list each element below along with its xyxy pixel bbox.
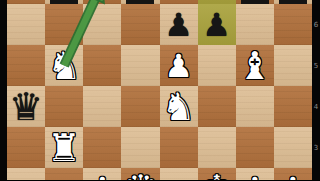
black-pawn-f6[interactable]: ♟ bbox=[198, 4, 236, 45]
square-h6[interactable] bbox=[274, 4, 312, 45]
rank-label-6: 6 bbox=[312, 21, 320, 29]
square-c3[interactable] bbox=[83, 127, 121, 168]
square-h3[interactable] bbox=[274, 127, 312, 168]
square-a6[interactable] bbox=[7, 4, 45, 45]
square-d4[interactable] bbox=[121, 86, 159, 127]
white-pawn-glyph: ♟ bbox=[240, 173, 269, 181]
square-e2[interactable] bbox=[160, 168, 198, 180]
square-c5[interactable] bbox=[83, 45, 121, 86]
white-bishop-g5[interactable]: ♝ bbox=[236, 45, 274, 86]
square-c4[interactable] bbox=[83, 86, 121, 127]
black-queen-a4[interactable]: ♛ bbox=[7, 86, 45, 127]
letterbox-left bbox=[0, 0, 7, 180]
black-pawn-g7-cropped[interactable] bbox=[241, 0, 269, 4]
square-b4[interactable] bbox=[45, 86, 83, 127]
square-c6[interactable] bbox=[83, 4, 121, 45]
black-pawn-d7-cropped[interactable] bbox=[126, 0, 154, 4]
white-pawn-c2[interactable]: ♟ bbox=[83, 168, 121, 180]
white-rook-glyph: ♜ bbox=[47, 129, 81, 167]
square-d5[interactable] bbox=[121, 45, 159, 86]
white-pawn-e5[interactable]: ♟ bbox=[160, 45, 198, 86]
square-g6[interactable] bbox=[236, 4, 274, 45]
white-pawn-glyph: ♟ bbox=[88, 173, 117, 181]
white-queen-d2[interactable]: ♛ bbox=[121, 168, 159, 180]
black-pawn-glyph: ♟ bbox=[164, 9, 193, 41]
black-pawn-e6[interactable]: ♟ bbox=[160, 4, 198, 45]
square-f5[interactable] bbox=[198, 45, 236, 86]
square-f3[interactable] bbox=[198, 127, 236, 168]
rank-label-5: 5 bbox=[312, 62, 320, 70]
square-b2[interactable] bbox=[45, 168, 83, 180]
white-knight-e4[interactable]: ♞ bbox=[160, 86, 198, 127]
square-d6[interactable] bbox=[121, 4, 159, 45]
square-h5[interactable] bbox=[274, 45, 312, 86]
square-a5[interactable] bbox=[7, 45, 45, 86]
white-knight-glyph: ♞ bbox=[162, 88, 196, 126]
rank-label-3: 3 bbox=[312, 144, 320, 152]
square-a2[interactable] bbox=[7, 168, 45, 180]
square-a3[interactable] bbox=[7, 127, 45, 168]
white-pawn-g2[interactable]: ♟ bbox=[236, 168, 274, 180]
white-bishop-glyph: ♝ bbox=[238, 47, 272, 85]
square-h4[interactable] bbox=[274, 86, 312, 127]
black-pawn-glyph: ♟ bbox=[202, 9, 231, 41]
white-king-glyph: ♚ bbox=[200, 170, 234, 181]
chess-video-frame: ♟♟♞♟♝♛♞♜♟♛♚♟♟ 6543 bbox=[0, 0, 320, 180]
white-rook-b3[interactable]: ♜ bbox=[45, 127, 83, 168]
square-d3[interactable] bbox=[121, 127, 159, 168]
white-king-f2[interactable]: ♚ bbox=[198, 168, 236, 180]
rank-label-4: 4 bbox=[312, 103, 320, 111]
white-pawn-glyph: ♟ bbox=[279, 173, 308, 181]
square-g4[interactable] bbox=[236, 86, 274, 127]
black-pawn-b7-cropped[interactable] bbox=[50, 0, 78, 4]
white-knight-b5[interactable]: ♞ bbox=[45, 45, 83, 86]
letterbox-right: 6543 bbox=[312, 0, 320, 180]
square-b6[interactable] bbox=[45, 4, 83, 45]
square-f4[interactable] bbox=[198, 86, 236, 127]
white-knight-glyph: ♞ bbox=[47, 47, 81, 85]
square-g3[interactable] bbox=[236, 127, 274, 168]
white-pawn-h2[interactable]: ♟ bbox=[274, 168, 312, 180]
chess-board: ♟♟♞♟♝♛♞♜♟♛♚♟♟ bbox=[7, 0, 312, 180]
white-queen-glyph: ♛ bbox=[123, 170, 157, 181]
square-e3[interactable] bbox=[160, 127, 198, 168]
black-pawn-h7-cropped[interactable] bbox=[279, 0, 307, 4]
white-pawn-glyph: ♟ bbox=[164, 50, 193, 82]
black-queen-glyph: ♛ bbox=[9, 88, 43, 126]
